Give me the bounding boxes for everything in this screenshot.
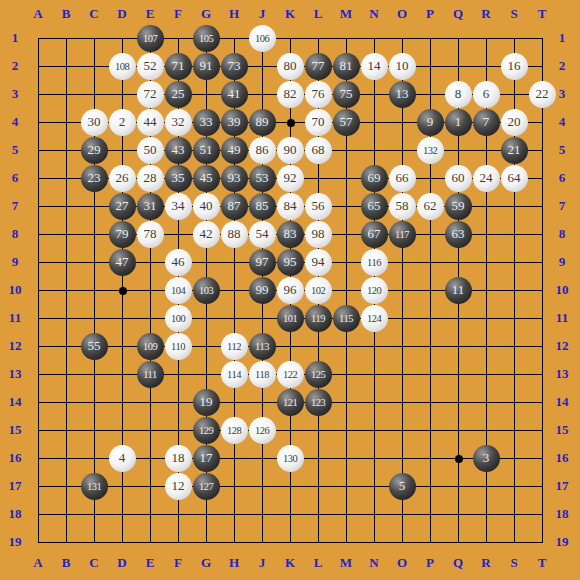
move-number: 75: [340, 86, 353, 102]
move-number: 4: [119, 450, 126, 466]
move-number: 53: [256, 170, 269, 186]
star-point-K4: [287, 119, 295, 127]
black-stone-H4: 39: [221, 109, 248, 136]
col-label-bottom-F: F: [164, 553, 192, 573]
black-stone-Q10: 11: [445, 277, 472, 304]
row-label-right-15: 15: [549, 416, 575, 444]
col-label-bottom-H: H: [220, 553, 248, 573]
black-stone-E12: 109: [137, 333, 164, 360]
white-stone-G7: 40: [193, 193, 220, 220]
white-stone-S4: 20: [501, 109, 528, 136]
move-number: 83: [284, 226, 297, 242]
white-stone-H8: 88: [221, 221, 248, 248]
move-number: 44: [144, 114, 157, 130]
move-number: 124: [367, 313, 381, 324]
black-stone-L2: 77: [305, 53, 332, 80]
move-number: 98: [312, 226, 325, 242]
move-number: 22: [536, 86, 549, 102]
move-number: 107: [143, 33, 157, 44]
white-stone-H12: 112: [221, 333, 248, 360]
move-number: 93: [228, 170, 241, 186]
black-stone-L13: 125: [305, 361, 332, 388]
black-stone-O3: 13: [389, 81, 416, 108]
row-label-left-14: 14: [2, 388, 28, 416]
white-stone-C4: 30: [81, 109, 108, 136]
row-label-left-17: 17: [2, 472, 28, 500]
black-stone-G6: 45: [193, 165, 220, 192]
white-stone-D16: 4: [109, 445, 136, 472]
col-label-bottom-T: T: [528, 553, 556, 573]
move-number: 71: [172, 58, 185, 74]
black-stone-F6: 35: [165, 165, 192, 192]
black-stone-D8: 79: [109, 221, 136, 248]
move-number: 79: [116, 226, 129, 242]
move-number: 96: [284, 282, 297, 298]
row-label-left-15: 15: [2, 416, 28, 444]
move-number: 28: [144, 170, 157, 186]
move-number: 17: [200, 450, 213, 466]
move-number: 130: [283, 453, 297, 464]
move-number: 99: [256, 282, 269, 298]
white-stone-F10: 104: [165, 277, 192, 304]
move-number: 68: [312, 142, 325, 158]
col-label-top-K: K: [276, 4, 304, 24]
row-label-right-8: 8: [549, 220, 575, 248]
white-stone-L3: 76: [305, 81, 332, 108]
white-stone-D2: 108: [109, 53, 136, 80]
col-label-top-B: B: [52, 4, 80, 24]
black-stone-G5: 51: [193, 137, 220, 164]
row-label-left-5: 5: [2, 136, 28, 164]
move-number: 51: [200, 142, 213, 158]
col-label-bottom-G: G: [192, 553, 220, 573]
move-number: 27: [116, 198, 129, 214]
move-number: 2: [119, 114, 126, 130]
move-number: 57: [340, 114, 353, 130]
move-number: 9: [427, 114, 434, 130]
black-stone-G2: 91: [193, 53, 220, 80]
move-number: 29: [88, 142, 101, 158]
white-stone-F12: 110: [165, 333, 192, 360]
black-stone-J7: 85: [249, 193, 276, 220]
move-number: 58: [396, 198, 409, 214]
row-label-left-11: 11: [2, 304, 28, 332]
white-stone-H13: 114: [221, 361, 248, 388]
move-number: 125: [311, 369, 325, 380]
white-stone-E2: 52: [137, 53, 164, 80]
move-number: 84: [284, 198, 297, 214]
white-stone-F16: 18: [165, 445, 192, 472]
move-number: 46: [172, 254, 185, 270]
move-number: 63: [452, 226, 465, 242]
move-number: 127: [199, 481, 213, 492]
col-label-bottom-M: M: [332, 553, 360, 573]
col-label-top-F: F: [164, 4, 192, 24]
move-number: 114: [227, 369, 241, 380]
row-labels-left: 12345678910111213141516171819: [2, 24, 28, 556]
move-number: 78: [144, 226, 157, 242]
move-number: 82: [284, 86, 297, 102]
move-number: 59: [452, 198, 465, 214]
white-stone-N2: 14: [361, 53, 388, 80]
move-number: 116: [367, 257, 381, 268]
row-label-left-1: 1: [2, 24, 28, 52]
row-label-left-12: 12: [2, 332, 28, 360]
col-label-bottom-S: S: [500, 553, 528, 573]
white-stone-R6: 24: [473, 165, 500, 192]
black-stone-G4: 33: [193, 109, 220, 136]
col-label-bottom-D: D: [108, 553, 136, 573]
move-number: 100: [171, 313, 185, 324]
move-number: 19: [200, 394, 213, 410]
row-label-right-10: 10: [549, 276, 575, 304]
black-stone-L11: 119: [305, 305, 332, 332]
black-stone-G10: 103: [193, 277, 220, 304]
col-label-top-J: J: [248, 4, 276, 24]
black-stone-J10: 99: [249, 277, 276, 304]
white-stone-K2: 80: [277, 53, 304, 80]
col-label-top-C: C: [80, 4, 108, 24]
black-stone-R16: 3: [473, 445, 500, 472]
move-number: 64: [508, 170, 521, 186]
row-label-left-10: 10: [2, 276, 28, 304]
black-stone-G1: 105: [193, 25, 220, 52]
move-number: 91: [200, 58, 213, 74]
row-label-left-9: 9: [2, 248, 28, 276]
row-label-left-4: 4: [2, 108, 28, 136]
white-stone-E3: 72: [137, 81, 164, 108]
black-stone-J9: 97: [249, 249, 276, 276]
col-label-top-O: O: [388, 4, 416, 24]
white-stone-F9: 46: [165, 249, 192, 276]
move-number: 94: [312, 254, 325, 270]
row-label-left-6: 6: [2, 164, 28, 192]
move-number: 113: [255, 341, 269, 352]
move-number: 110: [171, 341, 185, 352]
column-labels-bottom: ABCDEFGHJKLMNOPQRST: [24, 553, 556, 573]
move-number: 128: [227, 425, 241, 436]
row-label-right-17: 17: [549, 472, 575, 500]
white-stone-K7: 84: [277, 193, 304, 220]
star-point-Q16: [455, 455, 463, 463]
move-number: 121: [283, 397, 297, 408]
move-number: 41: [228, 86, 241, 102]
move-number: 40: [200, 198, 213, 214]
black-stone-J6: 53: [249, 165, 276, 192]
move-number: 126: [255, 425, 269, 436]
move-number: 47: [116, 254, 129, 270]
white-stone-N9: 116: [361, 249, 388, 276]
white-stone-K13: 122: [277, 361, 304, 388]
black-stone-O8: 117: [389, 221, 416, 248]
col-label-bottom-L: L: [304, 553, 332, 573]
row-label-left-18: 18: [2, 500, 28, 528]
move-number: 85: [256, 198, 269, 214]
move-number: 25: [172, 86, 185, 102]
black-stone-E1: 107: [137, 25, 164, 52]
row-label-left-16: 16: [2, 444, 28, 472]
row-label-left-19: 19: [2, 528, 28, 556]
black-stone-G15: 129: [193, 417, 220, 444]
move-number: 65: [368, 198, 381, 214]
white-stone-L9: 94: [305, 249, 332, 276]
col-label-top-H: H: [220, 4, 248, 24]
white-stone-S6: 64: [501, 165, 528, 192]
move-number: 60: [452, 170, 465, 186]
row-label-left-13: 13: [2, 360, 28, 388]
col-label-top-D: D: [108, 4, 136, 24]
white-stone-E8: 78: [137, 221, 164, 248]
move-number: 49: [228, 142, 241, 158]
white-stone-R3: 6: [473, 81, 500, 108]
move-number: 21: [508, 142, 521, 158]
white-stone-E6: 28: [137, 165, 164, 192]
row-label-right-7: 7: [549, 192, 575, 220]
move-number: 66: [396, 170, 409, 186]
row-labels-right: 12345678910111213141516171819: [549, 24, 575, 556]
white-stone-P7: 62: [417, 193, 444, 220]
col-label-bottom-N: N: [360, 553, 388, 573]
move-number: 105: [199, 33, 213, 44]
column-labels-top: ABCDEFGHJKLMNOPQRST: [24, 4, 556, 24]
white-stone-F7: 34: [165, 193, 192, 220]
move-number: 7: [483, 114, 490, 130]
move-number: 10: [396, 58, 409, 74]
move-number: 89: [256, 114, 269, 130]
white-stone-O7: 58: [389, 193, 416, 220]
black-stone-K8: 83: [277, 221, 304, 248]
col-label-top-L: L: [304, 4, 332, 24]
black-stone-G14: 19: [193, 389, 220, 416]
white-stone-L5: 68: [305, 137, 332, 164]
move-number: 43: [172, 142, 185, 158]
white-stone-O6: 66: [389, 165, 416, 192]
move-number: 1: [455, 114, 462, 130]
move-number: 81: [340, 58, 353, 74]
move-number: 20: [508, 114, 521, 130]
move-number: 118: [255, 369, 269, 380]
row-label-left-3: 3: [2, 80, 28, 108]
white-stone-J13: 118: [249, 361, 276, 388]
white-stone-E4: 44: [137, 109, 164, 136]
move-number: 115: [339, 313, 353, 324]
black-stone-C6: 23: [81, 165, 108, 192]
move-number: 62: [424, 198, 437, 214]
col-label-bottom-E: E: [136, 553, 164, 573]
black-stone-G16: 17: [193, 445, 220, 472]
black-stone-N8: 67: [361, 221, 388, 248]
move-number: 42: [200, 226, 213, 242]
star-point-D10: [119, 287, 127, 295]
black-stone-K14: 121: [277, 389, 304, 416]
white-stone-L10: 102: [305, 277, 332, 304]
move-number: 88: [228, 226, 241, 242]
col-label-bottom-O: O: [388, 553, 416, 573]
black-stone-J4: 89: [249, 109, 276, 136]
move-number: 119: [311, 313, 325, 324]
move-number: 30: [88, 114, 101, 130]
move-number: 8: [455, 86, 462, 102]
move-number: 117: [395, 229, 409, 240]
black-stone-M11: 115: [333, 305, 360, 332]
white-stone-K10: 96: [277, 277, 304, 304]
black-stone-O17: 5: [389, 473, 416, 500]
black-stone-H2: 73: [221, 53, 248, 80]
move-number: 55: [88, 338, 101, 354]
white-stone-F17: 12: [165, 473, 192, 500]
black-stone-N7: 65: [361, 193, 388, 220]
row-label-right-14: 14: [549, 388, 575, 416]
move-number: 111: [143, 369, 156, 380]
move-number: 108: [115, 61, 129, 72]
black-stone-D9: 47: [109, 249, 136, 276]
move-number: 50: [144, 142, 157, 158]
move-number: 26: [116, 170, 129, 186]
move-number: 6: [483, 86, 490, 102]
white-stone-Q3: 8: [445, 81, 472, 108]
black-stone-R4: 7: [473, 109, 500, 136]
move-number: 54: [256, 226, 269, 242]
white-stone-J1: 106: [249, 25, 276, 52]
move-number: 101: [283, 313, 297, 324]
move-number: 109: [143, 341, 157, 352]
row-label-right-2: 2: [549, 52, 575, 80]
move-number: 131: [87, 481, 101, 492]
black-stone-Q4: 1: [445, 109, 472, 136]
move-number: 16: [508, 58, 521, 74]
white-stone-L4: 70: [305, 109, 332, 136]
white-stone-J5: 86: [249, 137, 276, 164]
move-number: 77: [312, 58, 325, 74]
move-number: 123: [311, 397, 325, 408]
black-stone-H6: 93: [221, 165, 248, 192]
move-number: 11: [452, 282, 465, 298]
black-stone-S5: 21: [501, 137, 528, 164]
row-label-right-1: 1: [549, 24, 575, 52]
row-label-right-5: 5: [549, 136, 575, 164]
row-label-right-6: 6: [549, 164, 575, 192]
move-number: 45: [200, 170, 213, 186]
white-stone-J15: 126: [249, 417, 276, 444]
row-label-right-9: 9: [549, 248, 575, 276]
black-stone-E13: 111: [137, 361, 164, 388]
go-board-grid[interactable]: 1071051061085271917380778114101672254182…: [38, 38, 543, 543]
black-stone-G17: 127: [193, 473, 220, 500]
white-stone-N10: 120: [361, 277, 388, 304]
move-number: 13: [396, 86, 409, 102]
move-number: 97: [256, 254, 269, 270]
row-label-right-4: 4: [549, 108, 575, 136]
move-number: 120: [367, 285, 381, 296]
col-label-top-T: T: [528, 4, 556, 24]
move-number: 86: [256, 142, 269, 158]
white-stone-T3: 22: [529, 81, 556, 108]
move-number: 76: [312, 86, 325, 102]
move-number: 72: [144, 86, 157, 102]
move-number: 87: [228, 198, 241, 214]
black-stone-H3: 41: [221, 81, 248, 108]
col-label-bottom-A: A: [24, 553, 52, 573]
move-number: 18: [172, 450, 185, 466]
white-stone-E5: 50: [137, 137, 164, 164]
move-number: 5: [399, 478, 406, 494]
white-stone-F11: 100: [165, 305, 192, 332]
black-stone-H5: 49: [221, 137, 248, 164]
white-stone-F4: 32: [165, 109, 192, 136]
col-label-bottom-P: P: [416, 553, 444, 573]
white-stone-S2: 16: [501, 53, 528, 80]
move-number: 31: [144, 198, 157, 214]
move-number: 70: [312, 114, 325, 130]
col-label-top-P: P: [416, 4, 444, 24]
black-stone-E7: 31: [137, 193, 164, 220]
move-number: 39: [228, 114, 241, 130]
row-label-left-7: 7: [2, 192, 28, 220]
black-stone-F3: 25: [165, 81, 192, 108]
white-stone-L8: 98: [305, 221, 332, 248]
move-number: 95: [284, 254, 297, 270]
move-number: 103: [199, 285, 213, 296]
move-number: 69: [368, 170, 381, 186]
white-stone-L7: 56: [305, 193, 332, 220]
white-stone-K16: 130: [277, 445, 304, 472]
black-stone-C17: 131: [81, 473, 108, 500]
black-stone-Q7: 59: [445, 193, 472, 220]
col-label-bottom-Q: Q: [444, 553, 472, 573]
row-label-right-13: 13: [549, 360, 575, 388]
move-number: 56: [312, 198, 325, 214]
move-number: 35: [172, 170, 185, 186]
move-number: 12: [172, 478, 185, 494]
black-stone-H7: 87: [221, 193, 248, 220]
black-stone-L14: 123: [305, 389, 332, 416]
move-number: 32: [172, 114, 185, 130]
black-stone-F5: 43: [165, 137, 192, 164]
white-stone-G8: 42: [193, 221, 220, 248]
col-label-top-N: N: [360, 4, 388, 24]
col-label-top-M: M: [332, 4, 360, 24]
black-stone-D7: 27: [109, 193, 136, 220]
move-number: 92: [284, 170, 297, 186]
white-stone-O2: 10: [389, 53, 416, 80]
move-number: 14: [368, 58, 381, 74]
move-number: 33: [200, 114, 213, 130]
col-label-top-S: S: [500, 4, 528, 24]
move-number: 52: [144, 58, 157, 74]
white-stone-J8: 54: [249, 221, 276, 248]
move-number: 73: [228, 58, 241, 74]
white-stone-P5: 132: [417, 137, 444, 164]
col-label-top-G: G: [192, 4, 220, 24]
white-stone-K3: 82: [277, 81, 304, 108]
black-stone-C12: 55: [81, 333, 108, 360]
black-stone-N6: 69: [361, 165, 388, 192]
white-stone-H15: 128: [221, 417, 248, 444]
move-number: 132: [423, 145, 437, 156]
white-stone-K6: 92: [277, 165, 304, 192]
col-label-bottom-J: J: [248, 553, 276, 573]
black-stone-C5: 29: [81, 137, 108, 164]
move-number: 34: [172, 198, 185, 214]
black-stone-Q8: 63: [445, 221, 472, 248]
row-label-right-19: 19: [549, 528, 575, 556]
row-label-left-2: 2: [2, 52, 28, 80]
col-label-bottom-K: K: [276, 553, 304, 573]
white-stone-D4: 2: [109, 109, 136, 136]
move-number: 122: [283, 369, 297, 380]
white-stone-N11: 124: [361, 305, 388, 332]
white-stone-K5: 90: [277, 137, 304, 164]
